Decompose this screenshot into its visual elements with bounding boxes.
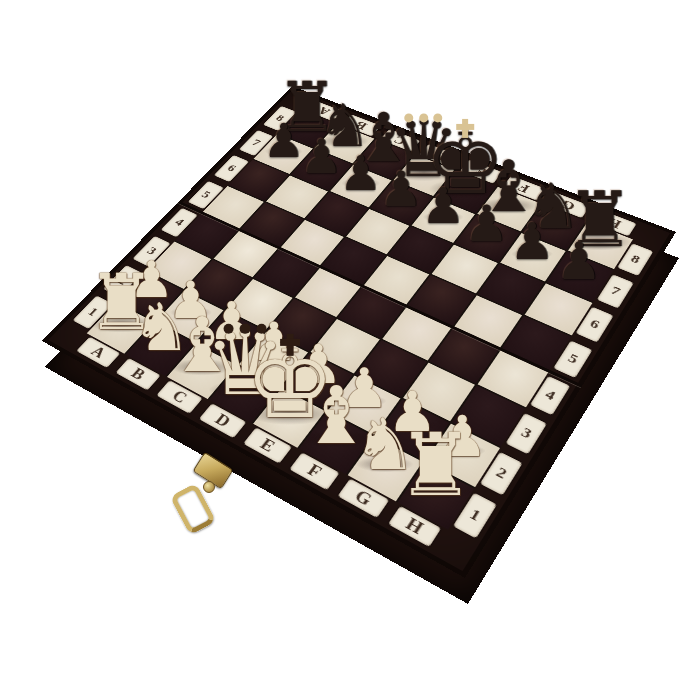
queen-crown-balls xyxy=(405,114,443,123)
chess-board: ABCDEFGH ABCDEFGH 87654321 87654321 xyxy=(42,86,676,578)
latch-knob xyxy=(203,481,215,493)
chess-set-photo: ABCDEFGH ABCDEFGH 87654321 87654321 ♜♞♟♝… xyxy=(0,0,700,700)
king-cross-finial xyxy=(456,119,474,139)
